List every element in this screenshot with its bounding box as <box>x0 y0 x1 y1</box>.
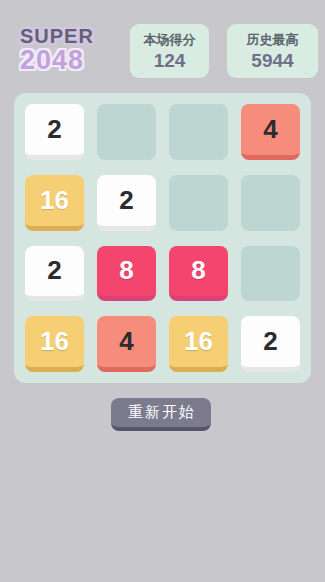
empty-cell-r3c4 <box>241 246 300 302</box>
empty-cell-r2c4 <box>241 175 300 231</box>
restart-button[interactable]: 重新开始 <box>111 398 211 431</box>
current-score-label: 本场得分 <box>144 31 196 49</box>
tile-4-r4c2: 4 <box>97 316 156 372</box>
tile-8-r3c3: 8 <box>169 246 228 302</box>
super-2048-app: SUPER 2048 本场得分 124 历史最高 5944 2416228816… <box>0 0 325 582</box>
tile-16-r4c3: 16 <box>169 316 228 372</box>
tile-16-r2c1: 16 <box>25 175 84 231</box>
empty-cell-r1c2 <box>97 104 156 160</box>
empty-cell-r2c3 <box>169 175 228 231</box>
tile-8-r3c2: 8 <box>97 246 156 302</box>
best-score-value: 5944 <box>251 50 293 72</box>
best-score-box: 历史最高 5944 <box>227 24 318 78</box>
logo-line-super: SUPER <box>20 26 94 46</box>
tile-2-r3c1: 2 <box>25 246 84 302</box>
tile-2-r4c4: 2 <box>241 316 300 372</box>
tile-2-r2c2: 2 <box>97 175 156 231</box>
logo-line-2048: 2048 <box>20 47 94 75</box>
tile-2-r1c1: 2 <box>25 104 84 160</box>
empty-cell-r1c3 <box>169 104 228 160</box>
tile-4-r1c4: 4 <box>241 104 300 160</box>
current-score-box: 本场得分 124 <box>130 24 209 78</box>
tile-16-r4c1: 16 <box>25 316 84 372</box>
app-logo: SUPER 2048 <box>20 26 94 75</box>
game-board[interactable]: 24162288164162 <box>14 93 311 383</box>
current-score-value: 124 <box>154 50 186 72</box>
best-score-label: 历史最高 <box>247 31 299 49</box>
